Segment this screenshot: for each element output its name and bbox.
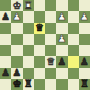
square-a1[interactable]: [0, 79, 11, 90]
square-g4[interactable]: [68, 45, 79, 56]
square-d5[interactable]: [34, 34, 45, 45]
square-c4[interactable]: [23, 45, 34, 56]
square-b6[interactable]: [11, 23, 22, 34]
square-b2[interactable]: ♟: [11, 68, 22, 79]
square-c6[interactable]: [23, 23, 34, 34]
black-king[interactable]: ♚: [12, 79, 21, 89]
white-queen[interactable]: ♛: [46, 56, 55, 66]
square-f4[interactable]: [56, 45, 67, 56]
square-g8[interactable]: [68, 0, 79, 11]
black-pawn[interactable]: ♟: [57, 56, 66, 66]
square-h6[interactable]: [79, 23, 90, 34]
square-h2[interactable]: [79, 68, 90, 79]
square-d1[interactable]: [34, 79, 45, 90]
square-d4[interactable]: [34, 45, 45, 56]
square-a3[interactable]: [0, 56, 11, 67]
black-pawn[interactable]: ♟: [80, 56, 89, 66]
square-a8[interactable]: [0, 0, 11, 11]
black-rook[interactable]: ♜: [80, 79, 89, 89]
square-f5[interactable]: ♟: [56, 34, 67, 45]
square-d8[interactable]: [34, 0, 45, 11]
square-f1[interactable]: [56, 79, 67, 90]
square-c3[interactable]: [23, 56, 34, 67]
square-c5[interactable]: [23, 34, 34, 45]
square-d6[interactable]: ♛: [34, 23, 45, 34]
square-e4[interactable]: [45, 45, 56, 56]
square-f8[interactable]: [56, 0, 67, 11]
square-e8[interactable]: [45, 0, 56, 11]
square-g5[interactable]: [68, 34, 79, 45]
square-g6[interactable]: [68, 23, 79, 34]
square-h3[interactable]: ♟: [79, 56, 90, 67]
square-c1[interactable]: ♜: [23, 79, 34, 90]
square-e3[interactable]: ♛: [45, 56, 56, 67]
black-pawn[interactable]: ♟: [1, 68, 10, 78]
square-e1[interactable]: [45, 79, 56, 90]
square-f3[interactable]: ♟: [56, 56, 67, 67]
black-pawn[interactable]: ♟: [12, 68, 21, 78]
white-king[interactable]: ♚: [12, 0, 21, 10]
square-g7[interactable]: [68, 11, 79, 22]
black-queen[interactable]: ♛: [35, 23, 44, 33]
square-f6[interactable]: [56, 23, 67, 34]
square-d7[interactable]: [34, 11, 45, 22]
white-pawn[interactable]: ♟: [12, 11, 21, 21]
square-g1[interactable]: [68, 79, 79, 90]
square-a5[interactable]: [0, 34, 11, 45]
square-h8[interactable]: [79, 0, 90, 11]
square-e5[interactable]: [45, 34, 56, 45]
square-f2[interactable]: [56, 68, 67, 79]
square-c7[interactable]: [23, 11, 34, 22]
square-e6[interactable]: [45, 23, 56, 34]
square-b5[interactable]: [11, 34, 22, 45]
square-b1[interactable]: ♚: [11, 79, 22, 90]
square-c8[interactable]: ♜: [23, 0, 34, 11]
square-d3[interactable]: [34, 56, 45, 67]
black-rook[interactable]: ♜: [24, 79, 33, 89]
square-c2[interactable]: [23, 68, 34, 79]
square-e2[interactable]: [45, 68, 56, 79]
square-a6[interactable]: [0, 23, 11, 34]
square-b7[interactable]: ♟: [11, 11, 22, 22]
square-h5[interactable]: [79, 34, 90, 45]
square-a4[interactable]: [0, 45, 11, 56]
white-pawn[interactable]: ♟: [80, 11, 89, 21]
square-d2[interactable]: [34, 68, 45, 79]
square-h7[interactable]: ♟: [79, 11, 90, 22]
square-b4[interactable]: [11, 45, 22, 56]
square-a2[interactable]: ♟: [0, 68, 11, 79]
white-rook[interactable]: ♜: [24, 0, 33, 10]
square-f7[interactable]: ♟: [56, 11, 67, 22]
square-g3[interactable]: [68, 56, 79, 67]
square-h4[interactable]: [79, 45, 90, 56]
chess-board[interactable]: ♚♜♟♟♟♟♛♟♛♟♟♟♟♚♜♜: [0, 0, 90, 90]
black-pawn[interactable]: ♟: [1, 11, 10, 21]
square-b8[interactable]: ♚: [11, 0, 22, 11]
square-e7[interactable]: [45, 11, 56, 22]
square-h1[interactable]: ♜: [79, 79, 90, 90]
white-pawn[interactable]: ♟: [57, 34, 66, 44]
square-b3[interactable]: [11, 56, 22, 67]
white-pawn[interactable]: ♟: [57, 11, 66, 21]
square-g2[interactable]: [68, 68, 79, 79]
square-a7[interactable]: ♟: [0, 11, 11, 22]
